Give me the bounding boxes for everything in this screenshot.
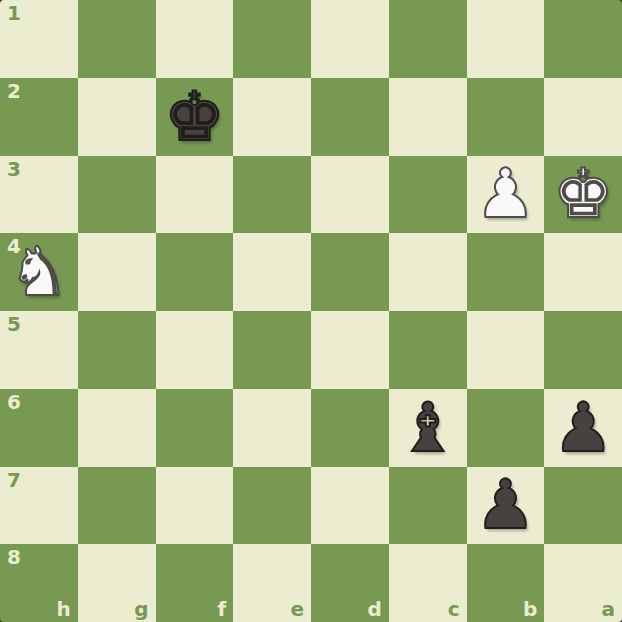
rank-label-8: 8 [7,545,21,569]
square-h8[interactable]: 8h [0,544,78,622]
square-b7[interactable]: ♟ [467,467,545,545]
file-label-f: f [218,597,227,621]
square-g5[interactable] [78,311,156,389]
piece-white-pawn-b3[interactable]: ♟ [467,156,545,234]
square-h2[interactable]: 2 [0,78,78,156]
square-b6[interactable] [467,389,545,467]
chess-board: 12♚3♟♚4♞56♝♟7♟8hgfedcba [0,0,622,622]
square-e5[interactable] [233,311,311,389]
square-h1[interactable]: 1 [0,0,78,78]
square-d8[interactable]: d [311,544,389,622]
square-g7[interactable] [78,467,156,545]
rank-label-7: 7 [7,468,21,492]
rank-label-2: 2 [7,79,21,103]
rank-label-5: 5 [7,312,21,336]
square-d1[interactable] [311,0,389,78]
square-e3[interactable] [233,156,311,234]
square-c3[interactable] [389,156,467,234]
rank-label-3: 3 [7,157,21,181]
square-c2[interactable] [389,78,467,156]
square-b2[interactable] [467,78,545,156]
square-d2[interactable] [311,78,389,156]
file-label-h: h [57,597,71,621]
square-c8[interactable]: c [389,544,467,622]
square-e2[interactable] [233,78,311,156]
square-d6[interactable] [311,389,389,467]
square-g6[interactable] [78,389,156,467]
square-f8[interactable]: f [156,544,234,622]
square-f4[interactable] [156,233,234,311]
square-a2[interactable] [544,78,622,156]
square-c6[interactable]: ♝ [389,389,467,467]
piece-white-knight-h4[interactable]: ♞ [0,233,78,311]
square-e7[interactable] [233,467,311,545]
square-d7[interactable] [311,467,389,545]
square-g4[interactable] [78,233,156,311]
square-e6[interactable] [233,389,311,467]
rank-label-1: 1 [7,1,21,25]
square-h7[interactable]: 7 [0,467,78,545]
square-b8[interactable]: b [467,544,545,622]
square-b4[interactable] [467,233,545,311]
square-d5[interactable] [311,311,389,389]
square-g1[interactable] [78,0,156,78]
rank-label-6: 6 [7,390,21,414]
square-f6[interactable] [156,389,234,467]
square-h6[interactable]: 6 [0,389,78,467]
file-label-e: e [290,597,304,621]
piece-black-pawn-a6[interactable]: ♟ [544,389,622,467]
file-label-c: c [448,597,460,621]
square-g8[interactable]: g [78,544,156,622]
square-f2[interactable]: ♚ [156,78,234,156]
square-g3[interactable] [78,156,156,234]
piece-black-king-f2[interactable]: ♚ [156,78,234,156]
file-label-b: b [523,597,537,621]
piece-black-bishop-c6[interactable]: ♝ [389,389,467,467]
square-a1[interactable] [544,0,622,78]
square-c7[interactable] [389,467,467,545]
piece-black-pawn-b7[interactable]: ♟ [467,467,545,545]
square-d4[interactable] [311,233,389,311]
square-f1[interactable] [156,0,234,78]
square-a5[interactable] [544,311,622,389]
square-h5[interactable]: 5 [0,311,78,389]
piece-white-king-a3[interactable]: ♚ [544,156,622,234]
square-e4[interactable] [233,233,311,311]
square-h4[interactable]: 4♞ [0,233,78,311]
square-b3[interactable]: ♟ [467,156,545,234]
file-label-g: g [134,597,148,621]
square-b1[interactable] [467,0,545,78]
file-label-a: a [602,597,616,621]
square-a7[interactable] [544,467,622,545]
file-label-d: d [367,597,381,621]
square-e1[interactable] [233,0,311,78]
square-d3[interactable] [311,156,389,234]
square-c4[interactable] [389,233,467,311]
square-e8[interactable]: e [233,544,311,622]
square-f5[interactable] [156,311,234,389]
square-a4[interactable] [544,233,622,311]
square-c1[interactable] [389,0,467,78]
square-h3[interactable]: 3 [0,156,78,234]
square-c5[interactable] [389,311,467,389]
square-a6[interactable]: ♟ [544,389,622,467]
square-g2[interactable] [78,78,156,156]
square-a3[interactable]: ♚ [544,156,622,234]
square-f3[interactable] [156,156,234,234]
square-f7[interactable] [156,467,234,545]
square-b5[interactable] [467,311,545,389]
square-a8[interactable]: a [544,544,622,622]
